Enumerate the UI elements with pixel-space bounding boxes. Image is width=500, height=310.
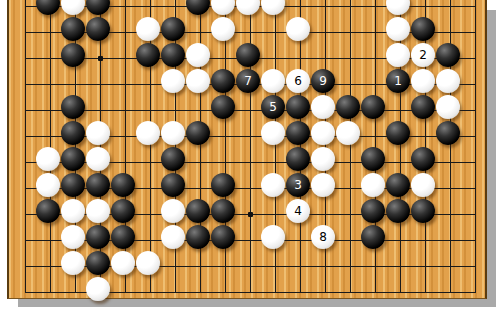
- white-stone[interactable]: [261, 225, 285, 249]
- white-stone[interactable]: [111, 251, 135, 275]
- black-stone[interactable]: [361, 95, 385, 119]
- white-stone[interactable]: [86, 147, 110, 171]
- black-stone[interactable]: [386, 121, 410, 145]
- black-stone[interactable]: [36, 0, 60, 15]
- white-stone[interactable]: 2: [411, 43, 435, 67]
- black-stone[interactable]: [86, 0, 110, 15]
- black-stone[interactable]: [211, 69, 235, 93]
- black-stone[interactable]: [386, 199, 410, 223]
- black-stone[interactable]: [61, 121, 85, 145]
- black-stone[interactable]: [211, 173, 235, 197]
- white-stone[interactable]: [261, 0, 285, 15]
- grid-line-vertical: [475, 0, 476, 293]
- black-stone[interactable]: [111, 225, 135, 249]
- black-stone[interactable]: [61, 17, 85, 41]
- white-stone[interactable]: [361, 173, 385, 197]
- white-stone[interactable]: [86, 277, 110, 301]
- black-stone[interactable]: [186, 225, 210, 249]
- black-stone[interactable]: [411, 199, 435, 223]
- black-stone[interactable]: [236, 43, 260, 67]
- black-stone[interactable]: [111, 173, 135, 197]
- white-stone[interactable]: [86, 121, 110, 145]
- white-stone[interactable]: [136, 121, 160, 145]
- black-stone[interactable]: 1: [386, 69, 410, 93]
- star-point: [98, 56, 103, 61]
- page-background: { "game": "go", "board": { "type": "goba…: [0, 0, 500, 310]
- move-number-label: 4: [294, 205, 302, 217]
- black-stone[interactable]: [86, 251, 110, 275]
- white-stone[interactable]: [386, 43, 410, 67]
- white-stone[interactable]: [261, 69, 285, 93]
- black-stone[interactable]: [361, 199, 385, 223]
- black-stone[interactable]: [211, 95, 235, 119]
- black-stone[interactable]: [386, 173, 410, 197]
- white-stone[interactable]: [411, 173, 435, 197]
- white-stone[interactable]: [36, 147, 60, 171]
- move-number-label: 2: [419, 49, 427, 61]
- white-stone[interactable]: [86, 199, 110, 223]
- black-stone[interactable]: [86, 17, 110, 41]
- white-stone[interactable]: [311, 121, 335, 145]
- white-stone[interactable]: [186, 69, 210, 93]
- black-stone[interactable]: [61, 173, 85, 197]
- black-stone[interactable]: [161, 17, 185, 41]
- white-stone[interactable]: [36, 173, 60, 197]
- grid-line-vertical: [350, 0, 351, 293]
- black-stone[interactable]: [361, 147, 385, 171]
- white-stone[interactable]: [336, 121, 360, 145]
- black-stone[interactable]: [361, 225, 385, 249]
- black-stone[interactable]: [411, 147, 435, 171]
- white-stone[interactable]: [411, 69, 435, 93]
- black-stone[interactable]: [436, 43, 460, 67]
- black-stone[interactable]: [286, 147, 310, 171]
- white-stone[interactable]: [161, 121, 185, 145]
- black-stone[interactable]: 9: [311, 69, 335, 93]
- white-stone[interactable]: [311, 173, 335, 197]
- black-stone[interactable]: [186, 199, 210, 223]
- white-stone[interactable]: 6: [286, 69, 310, 93]
- black-stone[interactable]: [186, 0, 210, 15]
- move-number-label: 3: [294, 179, 302, 191]
- black-stone[interactable]: [411, 17, 435, 41]
- black-stone[interactable]: 3: [286, 173, 310, 197]
- white-stone[interactable]: [161, 69, 185, 93]
- black-stone[interactable]: [136, 43, 160, 67]
- black-stone[interactable]: [161, 173, 185, 197]
- go-board[interactable]: 276915348: [7, 0, 487, 299]
- white-stone[interactable]: [161, 225, 185, 249]
- black-stone[interactable]: [186, 121, 210, 145]
- grid-line-vertical: [275, 0, 276, 293]
- white-stone[interactable]: [61, 225, 85, 249]
- move-number-label: 6: [294, 75, 302, 87]
- white-stone[interactable]: [136, 251, 160, 275]
- white-stone[interactable]: 4: [286, 199, 310, 223]
- black-stone[interactable]: 5: [261, 95, 285, 119]
- move-number-label: 9: [319, 75, 327, 87]
- black-stone[interactable]: [336, 95, 360, 119]
- white-stone[interactable]: [161, 199, 185, 223]
- white-stone[interactable]: [236, 0, 260, 15]
- white-stone[interactable]: [386, 17, 410, 41]
- black-stone[interactable]: [161, 43, 185, 67]
- white-stone[interactable]: [436, 95, 460, 119]
- black-stone[interactable]: [211, 225, 235, 249]
- grid-line-vertical: [125, 0, 126, 293]
- white-stone[interactable]: [136, 17, 160, 41]
- move-number-label: 5: [269, 101, 277, 113]
- white-stone[interactable]: [211, 17, 235, 41]
- white-stone[interactable]: [61, 199, 85, 223]
- white-stone[interactable]: [186, 43, 210, 67]
- grid-line-vertical: [25, 0, 26, 293]
- white-stone[interactable]: [436, 69, 460, 93]
- white-stone[interactable]: [61, 251, 85, 275]
- white-stone[interactable]: [261, 121, 285, 145]
- black-stone[interactable]: [211, 199, 235, 223]
- grid-line-vertical: [225, 0, 226, 293]
- white-stone[interactable]: [286, 17, 310, 41]
- grid-line-horizontal: [25, 110, 476, 111]
- black-stone[interactable]: [411, 95, 435, 119]
- black-stone[interactable]: [286, 95, 310, 119]
- white-stone[interactable]: [311, 95, 335, 119]
- black-stone[interactable]: [86, 173, 110, 197]
- black-stone[interactable]: [286, 121, 310, 145]
- move-number-label: 7: [244, 75, 252, 87]
- black-stone[interactable]: 7: [236, 69, 260, 93]
- white-stone[interactable]: [261, 173, 285, 197]
- black-stone[interactable]: [161, 147, 185, 171]
- star-point: [248, 212, 253, 217]
- white-stone[interactable]: [61, 0, 85, 15]
- white-stone[interactable]: [386, 0, 410, 15]
- black-stone[interactable]: [86, 225, 110, 249]
- black-stone[interactable]: [36, 199, 60, 223]
- white-stone[interactable]: [311, 147, 335, 171]
- move-number-label: 8: [319, 231, 327, 243]
- white-stone[interactable]: [211, 0, 235, 15]
- black-stone[interactable]: [111, 199, 135, 223]
- black-stone[interactable]: [61, 43, 85, 67]
- move-number-label: 1: [394, 75, 402, 87]
- black-stone[interactable]: [61, 147, 85, 171]
- black-stone[interactable]: [61, 95, 85, 119]
- white-stone[interactable]: 8: [311, 225, 335, 249]
- black-stone[interactable]: [436, 121, 460, 145]
